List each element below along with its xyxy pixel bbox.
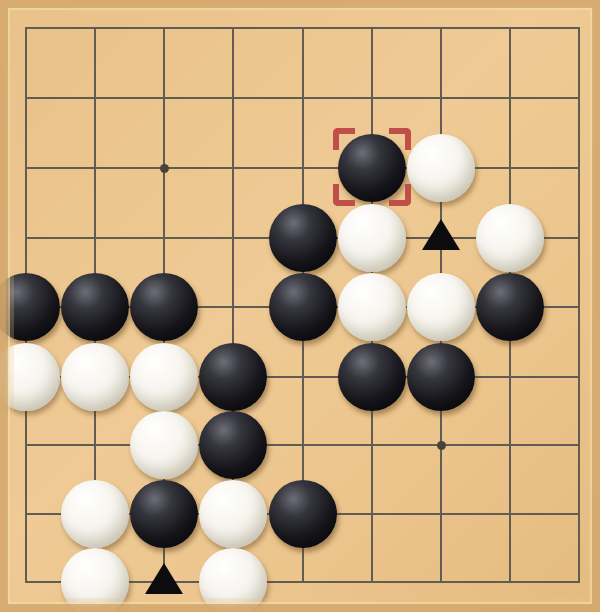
white-stone	[407, 273, 475, 341]
black-stone	[269, 273, 337, 341]
white-stone	[338, 273, 406, 341]
white-stone	[130, 411, 198, 479]
black-stone	[407, 343, 475, 411]
black-stone	[130, 273, 198, 341]
black-stone	[199, 411, 267, 479]
white-stone	[476, 204, 544, 272]
white-stone	[61, 480, 129, 548]
black-stone	[269, 204, 337, 272]
white-stone	[0, 343, 60, 411]
white-stone	[61, 548, 129, 612]
black-stone	[269, 480, 337, 548]
black-stone	[338, 343, 406, 411]
black-stone	[199, 343, 267, 411]
star-point	[437, 441, 446, 450]
white-stone	[61, 343, 129, 411]
white-stone	[199, 480, 267, 548]
white-stone	[130, 343, 198, 411]
white-stone	[338, 204, 406, 272]
white-stone	[199, 548, 267, 612]
black-stone	[338, 134, 406, 202]
grid-line	[578, 27, 580, 583]
black-stone	[476, 273, 544, 341]
white-stone	[407, 134, 475, 202]
go-board[interactable]	[0, 0, 600, 612]
black-stone	[61, 273, 129, 341]
star-point	[160, 164, 169, 173]
black-stone	[130, 480, 198, 548]
black-stone	[0, 273, 60, 341]
